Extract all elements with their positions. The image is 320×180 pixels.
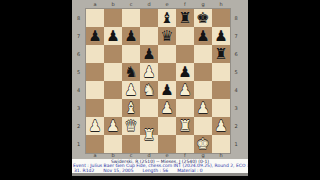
file-labels-bottom: abcdefgh xyxy=(86,152,230,159)
square-g4 xyxy=(194,81,212,99)
square-c3: ♝ xyxy=(122,99,140,117)
square-h4 xyxy=(212,81,230,99)
rank-label-4: 4 xyxy=(72,81,85,99)
black-pawn-d6: ♟ xyxy=(140,45,158,63)
square-b6 xyxy=(104,45,122,63)
board-area: abcdefgh 87654321 ♝♜♚♟♟♟♛♟♟♟♜♞♟♟♟♞♟♟♝♟♟♟… xyxy=(72,0,248,180)
square-e3: ♟ xyxy=(158,99,176,117)
rank-label-1: 1 xyxy=(72,135,85,153)
square-a2: ♟ xyxy=(86,117,104,135)
white-pawn-d5: ♟ xyxy=(140,63,158,81)
square-b8 xyxy=(104,9,122,27)
rank-label-3: 3 xyxy=(72,99,85,117)
square-c4: ♟ xyxy=(122,81,140,99)
square-c6 xyxy=(122,45,140,63)
file-label-b: b xyxy=(104,1,122,8)
rank-label-1: 1 xyxy=(231,135,241,153)
info-panel: Swiderski, R (2510) -- Mieses, J (2540) … xyxy=(72,159,248,173)
square-a5 xyxy=(86,63,104,81)
rank-label-8: 8 xyxy=(72,9,85,27)
square-h8 xyxy=(212,9,230,27)
chess-board: ♝♜♚♟♟♟♛♟♟♟♜♞♟♟♟♞♟♟♝♟♟♟♟♛♜♜♟♚ xyxy=(86,9,230,153)
square-c5: ♞ xyxy=(122,63,140,81)
square-f7 xyxy=(176,27,194,45)
square-f8: ♜ xyxy=(176,9,194,27)
square-e7: ♛ xyxy=(158,27,176,45)
black-pawn-e4: ♟ xyxy=(158,81,176,99)
square-c8 xyxy=(122,9,140,27)
white-pawn-f4: ♟ xyxy=(176,81,194,99)
file-label-b: b xyxy=(104,152,122,159)
rank-label-5: 5 xyxy=(72,63,85,81)
square-e4: ♟ xyxy=(158,81,176,99)
black-queen-e7: ♛ xyxy=(158,27,176,45)
rank-label-5: 5 xyxy=(231,63,241,81)
square-h5 xyxy=(212,63,230,81)
black-knight-c5: ♞ xyxy=(122,63,140,81)
square-g7: ♟ xyxy=(194,27,212,45)
square-a1 xyxy=(86,135,104,153)
square-d8 xyxy=(140,9,158,27)
square-f4: ♟ xyxy=(176,81,194,99)
square-h6: ♜ xyxy=(212,45,230,63)
black-king-g8: ♚ xyxy=(194,9,212,27)
white-king-g1: ♚ xyxy=(194,135,212,153)
square-g2 xyxy=(194,117,212,135)
file-label-c: c xyxy=(122,1,140,8)
white-rook-d2: ♜ xyxy=(140,126,158,144)
left-letterbox-bar xyxy=(0,0,72,180)
file-label-h: h xyxy=(212,152,230,159)
square-e2 xyxy=(158,117,176,135)
file-label-d: d xyxy=(140,152,158,159)
black-pawn-b7: ♟ xyxy=(104,27,122,45)
square-f5: ♟ xyxy=(176,63,194,81)
square-d7 xyxy=(140,27,158,45)
black-pawn-h7: ♟ xyxy=(212,27,230,45)
square-e1 xyxy=(158,135,176,153)
square-h3 xyxy=(212,99,230,117)
square-g3: ♟ xyxy=(194,99,212,117)
rank-label-6: 6 xyxy=(231,45,241,63)
square-d2: ♜ xyxy=(140,117,158,135)
white-pawn-c4: ♟ xyxy=(122,81,140,99)
white-pawn-b2: ♟ xyxy=(104,117,122,135)
black-rook-h6: ♜ xyxy=(212,45,230,63)
square-d3 xyxy=(140,99,158,117)
square-g8: ♚ xyxy=(194,9,212,27)
file-label-h: h xyxy=(212,1,230,8)
square-f6 xyxy=(176,45,194,63)
square-b1 xyxy=(104,135,122,153)
file-label-f: f xyxy=(176,152,194,159)
square-d5: ♟ xyxy=(140,63,158,81)
file-label-e: e xyxy=(158,1,176,8)
square-c1 xyxy=(122,135,140,153)
square-f3 xyxy=(176,99,194,117)
black-pawn-c7: ♟ xyxy=(122,27,140,45)
white-pawn-h2: ♟ xyxy=(212,117,230,135)
square-b3 xyxy=(104,99,122,117)
white-rook-f2: ♜ xyxy=(176,117,194,135)
square-c7: ♟ xyxy=(122,27,140,45)
rank-labels-right: 87654321 xyxy=(231,9,241,153)
file-label-c: c xyxy=(122,152,140,159)
video-frame: abcdefgh 87654321 ♝♜♚♟♟♟♛♟♟♟♜♞♟♟♟♞♟♟♝♟♟♟… xyxy=(0,0,320,180)
square-g6 xyxy=(194,45,212,63)
white-queen-c2: ♛ xyxy=(122,117,140,135)
square-a7: ♟ xyxy=(86,27,104,45)
file-label-g: g xyxy=(194,1,212,8)
square-a8 xyxy=(86,9,104,27)
bottom-black-strip xyxy=(72,176,248,180)
rank-label-6: 6 xyxy=(72,45,85,63)
black-pawn-f5: ♟ xyxy=(176,63,194,81)
rank-label-4: 4 xyxy=(231,81,241,99)
square-h2: ♟ xyxy=(212,117,230,135)
square-e6 xyxy=(158,45,176,63)
square-f2: ♜ xyxy=(176,117,194,135)
white-bishop-c3: ♝ xyxy=(122,99,140,117)
square-e8: ♝ xyxy=(158,9,176,27)
white-pawn-a2: ♟ xyxy=(86,117,104,135)
file-label-a: a xyxy=(86,152,104,159)
rank-labels-left: 87654321 xyxy=(72,9,85,153)
file-label-f: f xyxy=(176,1,194,8)
file-label-g: g xyxy=(194,152,212,159)
white-pawn-e3: ♟ xyxy=(158,99,176,117)
square-b5 xyxy=(104,63,122,81)
right-letterbox-bar xyxy=(248,0,320,180)
rank-label-7: 7 xyxy=(231,27,241,45)
square-a4 xyxy=(86,81,104,99)
white-knight-d4: ♞ xyxy=(140,81,158,99)
square-a3 xyxy=(86,99,104,117)
rank-label-7: 7 xyxy=(72,27,85,45)
black-rook-f8: ♜ xyxy=(176,9,194,27)
square-b7: ♟ xyxy=(104,27,122,45)
square-f1 xyxy=(176,135,194,153)
square-e5 xyxy=(158,63,176,81)
square-a6 xyxy=(86,45,104,63)
square-g1: ♚ xyxy=(194,135,212,153)
rank-label-8: 8 xyxy=(231,9,241,27)
file-label-a: a xyxy=(86,1,104,8)
square-h7: ♟ xyxy=(212,27,230,45)
white-pawn-g3: ♟ xyxy=(194,99,212,117)
square-d4: ♞ xyxy=(140,81,158,99)
file-labels-top: abcdefgh xyxy=(86,1,230,8)
rank-label-3: 3 xyxy=(231,99,241,117)
square-d6: ♟ xyxy=(140,45,158,63)
square-g5 xyxy=(194,63,212,81)
rank-label-2: 2 xyxy=(72,117,85,135)
black-pawn-a7: ♟ xyxy=(86,27,104,45)
rank-label-2: 2 xyxy=(231,117,241,135)
square-b4 xyxy=(104,81,122,99)
black-pawn-g7: ♟ xyxy=(194,27,212,45)
square-h1 xyxy=(212,135,230,153)
black-bishop-e8: ♝ xyxy=(158,9,176,27)
file-label-e: e xyxy=(158,152,176,159)
square-c2: ♛ xyxy=(122,117,140,135)
square-b2: ♟ xyxy=(104,117,122,135)
file-label-d: d xyxy=(140,1,158,8)
